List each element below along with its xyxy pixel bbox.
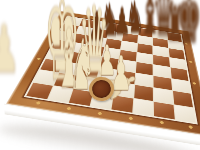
white-pawn-a2[interactable]: ♟ (0, 17, 20, 83)
chess-set-photo: ♟♞♟♞♝♛♜♚♟♚♛♝♞♟♟♟ (0, 0, 200, 150)
square-f1[interactable] (133, 98, 153, 116)
black-king-h8[interactable]: ♚ (176, 0, 200, 53)
square-g1[interactable] (154, 101, 175, 119)
square-h1[interactable] (174, 105, 196, 123)
